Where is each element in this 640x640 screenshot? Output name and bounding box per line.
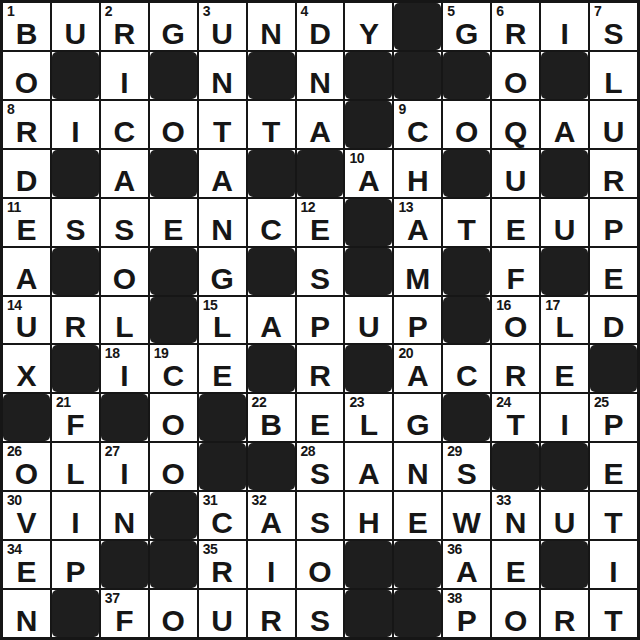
cell-letter: O xyxy=(504,606,527,637)
cell-letter: T xyxy=(507,410,525,441)
letter-cell-r8c10[interactable]: 24T xyxy=(492,394,539,441)
letter-cell-r5c12[interactable]: E xyxy=(590,248,637,295)
black-cell-r12c7 xyxy=(345,590,392,637)
letter-cell-r6c10[interactable]: 16O xyxy=(492,297,539,344)
cell-letter: N xyxy=(211,68,233,99)
cell-letter: I xyxy=(120,361,128,392)
cell-letter: S xyxy=(310,459,330,490)
black-cell-r4c7 xyxy=(345,199,392,246)
clue-number: 16 xyxy=(496,298,511,313)
cell-letter: S xyxy=(310,508,330,539)
clue-number: 35 xyxy=(203,542,218,557)
clue-number: 20 xyxy=(398,346,413,361)
letter-cell-r0c6[interactable]: 4D xyxy=(297,3,344,50)
black-cell-r9c11 xyxy=(541,443,588,490)
letter-cell-r2c4[interactable]: T xyxy=(199,101,246,148)
letter-cell-r12c12[interactable]: T xyxy=(590,590,637,637)
cell-letter: S xyxy=(310,264,330,295)
letter-cell-r7c3[interactable]: 19C xyxy=(150,345,197,392)
cell-letter: C xyxy=(260,215,282,246)
cell-letter: E xyxy=(604,264,624,295)
cell-letter: R xyxy=(65,312,87,343)
black-cell-r6c9 xyxy=(443,297,490,344)
cell-letter: C xyxy=(407,117,429,148)
letter-cell-r6c2[interactable]: L xyxy=(101,297,148,344)
letter-cell-r12c3[interactable]: O xyxy=(150,590,197,637)
cell-letter: L xyxy=(555,312,573,343)
letter-cell-r8c12[interactable]: 25P xyxy=(590,394,637,441)
cell-letter: G xyxy=(455,19,478,50)
black-cell-r8c0 xyxy=(3,394,50,441)
crossword-board: 1BU2RG3UN4DY5G6RI7SOINNOL8RICOTTA9COQAUD… xyxy=(0,0,640,640)
letter-cell-r2c3[interactable]: O xyxy=(150,101,197,148)
letter-cell-r12c9[interactable]: 38P xyxy=(443,590,490,637)
letter-cell-r11c12[interactable]: I xyxy=(590,541,637,588)
cell-letter: O xyxy=(308,557,331,588)
clue-number: 33 xyxy=(496,493,511,508)
letter-cell-r4c4[interactable]: N xyxy=(199,199,246,246)
letter-cell-r3c4[interactable]: A xyxy=(199,150,246,197)
letter-cell-r3c0[interactable]: D xyxy=(3,150,50,197)
letter-cell-r5c2[interactable]: O xyxy=(101,248,148,295)
letter-cell-r7c6[interactable]: R xyxy=(297,345,344,392)
cell-letter: C xyxy=(113,117,135,148)
letter-cell-r4c10[interactable]: E xyxy=(492,199,539,246)
letter-cell-r12c5[interactable]: R xyxy=(248,590,295,637)
cell-letter: G xyxy=(210,264,233,295)
letter-cell-r6c4[interactable]: 15L xyxy=(199,297,246,344)
cell-letter: U xyxy=(211,19,233,50)
letter-cell-r0c12[interactable]: 7S xyxy=(590,3,637,50)
black-cell-r11c2 xyxy=(101,541,148,588)
letter-cell-r0c11[interactable]: I xyxy=(541,3,588,50)
letter-cell-r4c0[interactable]: 11E xyxy=(3,199,50,246)
cell-letter: O xyxy=(162,606,185,637)
black-cell-r2c7 xyxy=(345,101,392,148)
cell-letter: P xyxy=(604,410,624,441)
clue-number: 5 xyxy=(447,4,454,19)
cell-letter: E xyxy=(506,215,526,246)
cell-letter: L xyxy=(604,68,622,99)
letter-cell-r4c12[interactable]: P xyxy=(590,199,637,246)
black-cell-r3c3 xyxy=(150,150,197,197)
clue-number: 2 xyxy=(105,4,112,19)
cell-letter: A xyxy=(358,166,380,197)
cell-letter: G xyxy=(406,410,429,441)
letter-cell-r1c4[interactable]: N xyxy=(199,52,246,99)
letter-cell-r0c7[interactable]: Y xyxy=(345,3,392,50)
clue-number: 32 xyxy=(252,493,267,508)
letter-cell-r6c7[interactable]: U xyxy=(345,297,392,344)
cell-letter: I xyxy=(71,508,79,539)
cell-letter: M xyxy=(405,264,430,295)
letter-cell-r3c8[interactable]: H xyxy=(394,150,441,197)
cell-letter: N xyxy=(211,215,233,246)
letter-cell-r6c11[interactable]: 17L xyxy=(541,297,588,344)
cell-letter: F xyxy=(115,606,133,637)
letter-cell-r0c9[interactable]: 5G xyxy=(443,3,490,50)
cell-letter: N xyxy=(309,68,331,99)
cell-letter: I xyxy=(560,410,568,441)
letter-cell-r7c0[interactable]: X xyxy=(3,345,50,392)
clue-number: 9 xyxy=(398,102,405,117)
cell-letter: D xyxy=(16,166,38,197)
letter-cell-r0c4[interactable]: 3U xyxy=(199,3,246,50)
letter-cell-r7c4[interactable]: E xyxy=(199,345,246,392)
letter-cell-r10c0[interactable]: 30V xyxy=(3,492,50,539)
clue-number: 34 xyxy=(7,542,22,557)
black-cell-r8c9 xyxy=(443,394,490,441)
cell-letter: Q xyxy=(504,117,527,148)
clue-number: 36 xyxy=(447,542,462,557)
letter-cell-r12c10[interactable]: O xyxy=(492,590,539,637)
letter-cell-r0c10[interactable]: 6R xyxy=(492,3,539,50)
clue-number: 13 xyxy=(398,200,413,215)
cell-letter: I xyxy=(267,557,275,588)
letter-cell-r2c11[interactable]: A xyxy=(541,101,588,148)
clue-number: 31 xyxy=(203,493,218,508)
letter-cell-r9c12[interactable]: E xyxy=(590,443,637,490)
black-cell-r8c2 xyxy=(101,394,148,441)
letter-cell-r6c6[interactable]: P xyxy=(297,297,344,344)
letter-cell-r10c2[interactable]: N xyxy=(101,492,148,539)
letter-cell-r5c10[interactable]: F xyxy=(492,248,539,295)
clue-number: 6 xyxy=(496,4,503,19)
letter-cell-r11c1[interactable]: P xyxy=(52,541,99,588)
clue-number: 10 xyxy=(349,151,364,166)
letter-cell-r5c0[interactable]: A xyxy=(3,248,50,295)
cell-letter: O xyxy=(504,312,527,343)
letter-cell-r9c9[interactable]: 29S xyxy=(443,443,490,490)
black-cell-r7c7 xyxy=(345,345,392,392)
clue-number: 21 xyxy=(56,395,71,410)
cell-letter: E xyxy=(310,215,330,246)
letter-cell-r9c1[interactable]: L xyxy=(52,443,99,490)
letter-cell-r12c4[interactable]: U xyxy=(199,590,246,637)
letter-cell-r0c3[interactable]: G xyxy=(150,3,197,50)
cell-letter: R xyxy=(309,361,331,392)
black-cell-r11c8 xyxy=(394,541,441,588)
cell-letter: N xyxy=(16,606,38,637)
cell-letter: N xyxy=(260,19,282,50)
letter-cell-r4c9[interactable]: T xyxy=(443,199,490,246)
letter-cell-r10c9[interactable]: W xyxy=(443,492,490,539)
letter-cell-r0c2[interactable]: 2R xyxy=(101,3,148,50)
black-cell-r7c5 xyxy=(248,345,295,392)
cell-letter: G xyxy=(162,19,185,50)
letter-cell-r3c12[interactable]: R xyxy=(590,150,637,197)
letter-cell-r2c2[interactable]: C xyxy=(101,101,148,148)
letter-cell-r11c5[interactable]: I xyxy=(248,541,295,588)
clue-number: 12 xyxy=(301,200,316,215)
clue-number: 18 xyxy=(105,346,120,361)
cell-letter: I xyxy=(609,557,617,588)
clue-number: 11 xyxy=(7,200,21,215)
black-cell-r1c5 xyxy=(248,52,295,99)
letter-cell-r1c12[interactable]: L xyxy=(590,52,637,99)
black-cell-r1c9 xyxy=(443,52,490,99)
cell-letter: A xyxy=(260,508,282,539)
cell-letter: A xyxy=(456,557,478,588)
black-cell-r5c7 xyxy=(345,248,392,295)
letter-cell-r9c6[interactable]: 28S xyxy=(297,443,344,490)
cell-letter: R xyxy=(554,606,576,637)
cell-letter: O xyxy=(15,68,38,99)
clue-number: 15 xyxy=(203,298,218,313)
letter-cell-r4c1[interactable]: S xyxy=(52,199,99,246)
black-cell-r0c8 xyxy=(394,3,441,50)
cell-letter: A xyxy=(554,117,576,148)
letter-cell-r12c2[interactable]: 37F xyxy=(101,590,148,637)
letter-cell-r6c1[interactable]: R xyxy=(52,297,99,344)
letter-cell-r5c4[interactable]: G xyxy=(199,248,246,295)
letter-cell-r8c3[interactable]: O xyxy=(150,394,197,441)
letter-cell-r9c2[interactable]: 27I xyxy=(101,443,148,490)
cell-letter: O xyxy=(162,459,185,490)
clue-number: 1 xyxy=(7,4,14,19)
letter-cell-r7c10[interactable]: R xyxy=(492,345,539,392)
letter-cell-r3c2[interactable]: A xyxy=(101,150,148,197)
letter-cell-r11c6[interactable]: O xyxy=(297,541,344,588)
letter-cell-r12c6[interactable]: S xyxy=(297,590,344,637)
letter-cell-r2c6[interactable]: A xyxy=(297,101,344,148)
letter-cell-r10c7[interactable]: H xyxy=(345,492,392,539)
cell-letter: U xyxy=(211,606,233,637)
letter-cell-r8c5[interactable]: 22B xyxy=(248,394,295,441)
letter-cell-r10c10[interactable]: 33N xyxy=(492,492,539,539)
black-cell-r12c8 xyxy=(394,590,441,637)
letter-cell-r7c8[interactable]: 20A xyxy=(394,345,441,392)
letter-cell-r3c7[interactable]: 10A xyxy=(345,150,392,197)
cell-letter: S xyxy=(65,215,85,246)
clue-number: 24 xyxy=(496,395,511,410)
cell-letter: E xyxy=(16,215,36,246)
black-cell-r5c3 xyxy=(150,248,197,295)
letter-cell-r9c0[interactable]: 26O xyxy=(3,443,50,490)
clue-number: 17 xyxy=(545,298,560,313)
black-cell-r1c1 xyxy=(52,52,99,99)
cell-letter: U xyxy=(603,117,625,148)
cell-letter: I xyxy=(120,68,128,99)
cell-letter: A xyxy=(309,117,331,148)
letter-cell-r1c10[interactable]: O xyxy=(492,52,539,99)
black-cell-r1c3 xyxy=(150,52,197,99)
cell-letter: A xyxy=(16,264,38,295)
cell-letter: D xyxy=(603,312,625,343)
cell-letter: A xyxy=(260,312,282,343)
letter-cell-r8c1[interactable]: 21F xyxy=(52,394,99,441)
letter-cell-r7c11[interactable]: E xyxy=(541,345,588,392)
cell-letter: A xyxy=(407,215,429,246)
letter-cell-r10c6[interactable]: S xyxy=(297,492,344,539)
cell-letter: R xyxy=(505,19,527,50)
letter-cell-r2c10[interactable]: Q xyxy=(492,101,539,148)
letter-cell-r7c2[interactable]: 18I xyxy=(101,345,148,392)
cell-letter: O xyxy=(504,68,527,99)
cell-letter: L xyxy=(360,410,378,441)
black-cell-r11c11 xyxy=(541,541,588,588)
cell-letter: E xyxy=(310,410,330,441)
letter-cell-r10c11[interactable]: U xyxy=(541,492,588,539)
cell-letter: E xyxy=(604,459,624,490)
clue-number: 22 xyxy=(252,395,267,410)
letter-cell-r2c0[interactable]: 8R xyxy=(3,101,50,148)
letter-cell-r8c8[interactable]: G xyxy=(394,394,441,441)
letter-cell-r2c9[interactable]: O xyxy=(443,101,490,148)
letter-cell-r12c11[interactable]: R xyxy=(541,590,588,637)
clue-number: 30 xyxy=(7,493,22,508)
cell-letter: R xyxy=(260,606,282,637)
black-cell-r5c11 xyxy=(541,248,588,295)
cell-letter: L xyxy=(213,312,231,343)
letter-cell-r8c7[interactable]: 23L xyxy=(345,394,392,441)
letter-cell-r0c0[interactable]: 1B xyxy=(3,3,50,50)
letter-cell-r9c7[interactable]: A xyxy=(345,443,392,490)
letter-cell-r2c8[interactable]: 9C xyxy=(394,101,441,148)
cell-letter: U xyxy=(505,166,527,197)
letter-cell-r11c9[interactable]: 36A xyxy=(443,541,490,588)
letter-cell-r8c6[interactable]: E xyxy=(297,394,344,441)
cell-letter: F xyxy=(66,410,84,441)
cell-letter: T xyxy=(604,606,622,637)
cell-letter: U xyxy=(16,312,38,343)
cell-letter: E xyxy=(163,215,183,246)
letter-cell-r4c8[interactable]: 13A xyxy=(394,199,441,246)
cell-letter: V xyxy=(16,508,36,539)
cell-letter: E xyxy=(16,557,36,588)
letter-cell-r2c5[interactable]: T xyxy=(248,101,295,148)
cell-letter: R xyxy=(505,361,527,392)
letter-cell-r6c0[interactable]: 14U xyxy=(3,297,50,344)
clue-number: 25 xyxy=(594,395,609,410)
letter-cell-r4c11[interactable]: U xyxy=(541,199,588,246)
letter-cell-r10c5[interactable]: 32A xyxy=(248,492,295,539)
cell-letter: H xyxy=(407,166,429,197)
cell-letter: R xyxy=(113,19,135,50)
cell-letter: A xyxy=(113,166,135,197)
cell-letter: F xyxy=(507,264,525,295)
letter-cell-r1c2[interactable]: I xyxy=(101,52,148,99)
cell-letter: A xyxy=(358,459,380,490)
black-cell-r1c7 xyxy=(345,52,392,99)
cell-letter: N xyxy=(407,459,429,490)
cell-letter: U xyxy=(65,19,87,50)
clue-number: 8 xyxy=(7,102,14,117)
cell-letter: X xyxy=(16,361,36,392)
black-cell-r9c10 xyxy=(492,443,539,490)
letter-cell-r10c4[interactable]: 31C xyxy=(199,492,246,539)
cell-letter: P xyxy=(457,606,477,637)
black-cell-r7c12 xyxy=(590,345,637,392)
cell-letter: O xyxy=(162,410,185,441)
cell-letter: C xyxy=(162,361,184,392)
cell-letter: U xyxy=(554,508,576,539)
clue-number: 29 xyxy=(447,444,462,459)
clue-number: 26 xyxy=(7,444,22,459)
clue-number: 7 xyxy=(594,4,601,19)
letter-cell-r10c12[interactable]: T xyxy=(590,492,637,539)
letter-cell-r9c8[interactable]: N xyxy=(394,443,441,490)
cell-letter: I xyxy=(120,459,128,490)
cell-letter: A xyxy=(211,166,233,197)
cell-letter: P xyxy=(408,312,428,343)
letter-cell-r4c3[interactable]: E xyxy=(150,199,197,246)
letter-cell-r0c1[interactable]: U xyxy=(52,3,99,50)
letter-cell-r11c10[interactable]: E xyxy=(492,541,539,588)
cell-letter: O xyxy=(15,459,38,490)
black-cell-r9c5 xyxy=(248,443,295,490)
cell-letter: O xyxy=(162,117,185,148)
cell-letter: R xyxy=(603,166,625,197)
black-cell-r12c1 xyxy=(52,590,99,637)
cell-letter: D xyxy=(309,19,331,50)
letter-cell-r0c5[interactable]: N xyxy=(248,3,295,50)
letter-cell-r1c6[interactable]: N xyxy=(297,52,344,99)
cell-letter: S xyxy=(114,215,134,246)
letter-cell-r9c3[interactable]: O xyxy=(150,443,197,490)
black-cell-r7c1 xyxy=(52,345,99,392)
black-cell-r8c4 xyxy=(199,394,246,441)
cell-letter: N xyxy=(113,508,135,539)
letter-cell-r1c0[interactable]: O xyxy=(3,52,50,99)
clue-number: 23 xyxy=(349,395,364,410)
letter-cell-r4c5[interactable]: C xyxy=(248,199,295,246)
letter-cell-r6c8[interactable]: P xyxy=(394,297,441,344)
letter-cell-r5c6[interactable]: S xyxy=(297,248,344,295)
cell-letter: C xyxy=(211,508,233,539)
letter-cell-r10c1[interactable]: I xyxy=(52,492,99,539)
cell-letter: T xyxy=(458,215,476,246)
letter-cell-r2c12[interactable]: U xyxy=(590,101,637,148)
cell-letter: B xyxy=(16,19,38,50)
black-cell-r3c11 xyxy=(541,150,588,197)
black-cell-r6c3 xyxy=(150,297,197,344)
black-cell-r1c8 xyxy=(394,52,441,99)
letter-cell-r7c9[interactable]: C xyxy=(443,345,490,392)
letter-cell-r4c6[interactable]: 12E xyxy=(297,199,344,246)
clue-number: 4 xyxy=(301,4,308,19)
letter-cell-r4c2[interactable]: S xyxy=(101,199,148,246)
clue-number: 27 xyxy=(105,444,120,459)
cell-letter: N xyxy=(505,508,527,539)
letter-cell-r11c4[interactable]: 35R xyxy=(199,541,246,588)
cell-letter: E xyxy=(555,361,575,392)
cell-letter: R xyxy=(16,117,38,148)
black-cell-r10c3 xyxy=(150,492,197,539)
clue-number: 14 xyxy=(7,298,22,313)
cell-letter: W xyxy=(453,508,481,539)
letter-cell-r12c0[interactable]: N xyxy=(3,590,50,637)
letter-cell-r6c12[interactable]: D xyxy=(590,297,637,344)
cell-letter: P xyxy=(604,215,624,246)
cell-letter: O xyxy=(455,117,478,148)
letter-cell-r6c5[interactable]: A xyxy=(248,297,295,344)
letter-cell-r8c11[interactable]: I xyxy=(541,394,588,441)
black-cell-r5c1 xyxy=(52,248,99,295)
black-cell-r9c4 xyxy=(199,443,246,490)
cell-letter: H xyxy=(358,508,380,539)
cell-letter: T xyxy=(213,117,231,148)
letter-cell-r10c8[interactable]: E xyxy=(394,492,441,539)
cell-letter: A xyxy=(407,361,429,392)
letter-cell-r2c1[interactable]: I xyxy=(52,101,99,148)
letter-cell-r11c0[interactable]: 34E xyxy=(3,541,50,588)
letter-cell-r3c10[interactable]: U xyxy=(492,150,539,197)
cell-letter: S xyxy=(604,19,624,50)
black-cell-r3c5 xyxy=(248,150,295,197)
cell-letter: O xyxy=(113,264,136,295)
letter-cell-r5c8[interactable]: M xyxy=(394,248,441,295)
